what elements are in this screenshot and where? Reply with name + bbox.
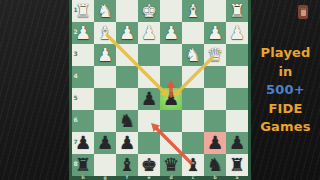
square-a2[interactable]: ♟: [226, 22, 248, 44]
piece-wP-g3[interactable]: ♟: [97, 44, 113, 66]
piece-wR-a1[interactable]: ♜: [229, 0, 245, 22]
square-a3[interactable]: [226, 44, 248, 66]
piece-wP-f2[interactable]: ♟: [119, 22, 135, 44]
piece-wN-c3[interactable]: ♞: [185, 44, 201, 66]
caption-line-games: Games: [251, 118, 320, 137]
square-g8[interactable]: [94, 154, 116, 176]
document-glyph: [301, 8, 306, 16]
square-f1[interactable]: [116, 0, 138, 22]
square-a8[interactable]: ♜: [226, 154, 248, 176]
caption-line-500plus: 500+: [251, 81, 320, 100]
square-f8[interactable]: ♝: [116, 154, 138, 176]
square-h6[interactable]: [72, 110, 94, 132]
square-c4[interactable]: [182, 66, 204, 88]
square-b6[interactable]: [204, 110, 226, 132]
square-g7[interactable]: ♟: [94, 132, 116, 154]
square-e8[interactable]: ♚: [138, 154, 160, 176]
caption-line-played: Played: [251, 44, 320, 63]
square-d7[interactable]: [160, 132, 182, 154]
square-c8[interactable]: ♝: [182, 154, 204, 176]
piece-bB-c8[interactable]: ♝: [185, 154, 201, 176]
square-c1[interactable]: ♝: [182, 0, 204, 22]
square-d6[interactable]: [160, 110, 182, 132]
square-g2[interactable]: ♝: [94, 22, 116, 44]
square-c7[interactable]: [182, 132, 204, 154]
piece-wK-e1[interactable]: ♚: [141, 0, 157, 22]
piece-wP-d2[interactable]: ♟: [163, 22, 179, 44]
square-f7[interactable]: ♟: [116, 132, 138, 154]
piece-bB-f8[interactable]: ♝: [119, 154, 135, 176]
piece-wP-e2[interactable]: ♟: [141, 22, 157, 44]
piece-bR-h8[interactable]: ♜: [75, 154, 91, 176]
square-e1[interactable]: ♚: [138, 0, 160, 22]
square-d5[interactable]: ♟: [160, 88, 182, 110]
square-f4[interactable]: [116, 66, 138, 88]
square-h5[interactable]: [72, 88, 94, 110]
square-b3[interactable]: ♛: [204, 44, 226, 66]
piece-wP-b2[interactable]: ♟: [207, 22, 223, 44]
square-e3[interactable]: [138, 44, 160, 66]
square-f5[interactable]: [116, 88, 138, 110]
piece-bP-f7[interactable]: ♟: [119, 132, 135, 154]
piece-wN-g1[interactable]: ♞: [97, 0, 113, 22]
piece-bN-f6[interactable]: ♞: [119, 110, 135, 132]
square-d8[interactable]: ♛: [160, 154, 182, 176]
square-c5[interactable]: [182, 88, 204, 110]
square-g6[interactable]: [94, 110, 116, 132]
board-squares: ♜♞♚♝♜♟♝♟♟♟♟♟♟♞♛♟♟♞♟♟♟♟♟♜♝♚♛♝♞♜12345678: [72, 0, 248, 176]
square-a7[interactable]: ♟: [226, 132, 248, 154]
piece-bR-a8[interactable]: ♜: [229, 154, 245, 176]
square-c6[interactable]: [182, 110, 204, 132]
clipboard-icon: [298, 5, 308, 19]
square-d4[interactable]: [160, 66, 182, 88]
square-g1[interactable]: ♞: [94, 0, 116, 22]
square-b5[interactable]: [204, 88, 226, 110]
piece-bQ-d8[interactable]: ♛: [163, 154, 179, 176]
chess-board: ♜♞♚♝♜♟♝♟♟♟♟♟♟♞♛♟♟♞♟♟♟♟♟♜♝♚♛♝♞♜12345678 h…: [69, 0, 251, 180]
square-e2[interactable]: ♟: [138, 22, 160, 44]
caption-panel: Played in 500+ FIDE Games: [251, 0, 320, 180]
piece-wP-h2[interactable]: ♟: [75, 22, 91, 44]
piece-bN-b8[interactable]: ♞: [207, 154, 223, 176]
square-b7[interactable]: ♟: [204, 132, 226, 154]
square-d1[interactable]: [160, 0, 182, 22]
piece-wB-g2[interactable]: ♝: [97, 22, 113, 44]
square-f2[interactable]: ♟: [116, 22, 138, 44]
piece-wB-c1[interactable]: ♝: [185, 0, 201, 22]
square-h1[interactable]: ♜: [72, 0, 94, 22]
piece-bK-e8[interactable]: ♚: [141, 154, 157, 176]
caption-line-in: in: [251, 63, 320, 82]
piece-bP-g7[interactable]: ♟: [97, 132, 113, 154]
square-e4[interactable]: [138, 66, 160, 88]
square-e7[interactable]: [138, 132, 160, 154]
square-a5[interactable]: [226, 88, 248, 110]
square-b1[interactable]: [204, 0, 226, 22]
square-d2[interactable]: ♟: [160, 22, 182, 44]
square-d3[interactable]: [160, 44, 182, 66]
square-h8[interactable]: ♜: [72, 154, 94, 176]
square-a6[interactable]: [226, 110, 248, 132]
square-e6[interactable]: [138, 110, 160, 132]
square-b2[interactable]: ♟: [204, 22, 226, 44]
piece-wR-h1[interactable]: ♜: [75, 0, 91, 22]
square-g5[interactable]: [94, 88, 116, 110]
piece-bP-d5[interactable]: ♟: [163, 88, 179, 110]
piece-bP-e5[interactable]: ♟: [141, 88, 157, 110]
square-e5[interactable]: ♟: [138, 88, 160, 110]
square-h4[interactable]: [72, 66, 94, 88]
piece-bP-h7[interactable]: ♟: [75, 132, 91, 154]
square-a4[interactable]: [226, 66, 248, 88]
square-f3[interactable]: [116, 44, 138, 66]
square-g4[interactable]: [94, 66, 116, 88]
piece-wP-a2[interactable]: ♟: [229, 22, 245, 44]
square-c3[interactable]: ♞: [182, 44, 204, 66]
piece-bP-b7[interactable]: ♟: [207, 132, 223, 154]
square-g3[interactable]: ♟: [94, 44, 116, 66]
caption-text: Played in 500+ FIDE Games: [251, 44, 320, 137]
square-h2[interactable]: ♟: [72, 22, 94, 44]
piece-bP-a7[interactable]: ♟: [229, 132, 245, 154]
square-f6[interactable]: ♞: [116, 110, 138, 132]
square-c2[interactable]: [182, 22, 204, 44]
caption-line-fide: FIDE: [251, 100, 320, 119]
piece-wQ-b3[interactable]: ♛: [207, 44, 223, 66]
square-a1[interactable]: ♜: [226, 0, 248, 22]
square-b4[interactable]: [204, 66, 226, 88]
square-h7[interactable]: ♟: [72, 132, 94, 154]
square-b8[interactable]: ♞: [204, 154, 226, 176]
square-h3[interactable]: [72, 44, 94, 66]
